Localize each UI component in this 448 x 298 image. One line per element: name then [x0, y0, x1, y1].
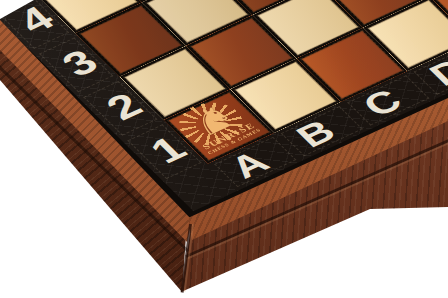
- chess-box-photo: ♞SUNRISECHESS & GAMES 12345678ABCDEFGH: [0, 0, 448, 298]
